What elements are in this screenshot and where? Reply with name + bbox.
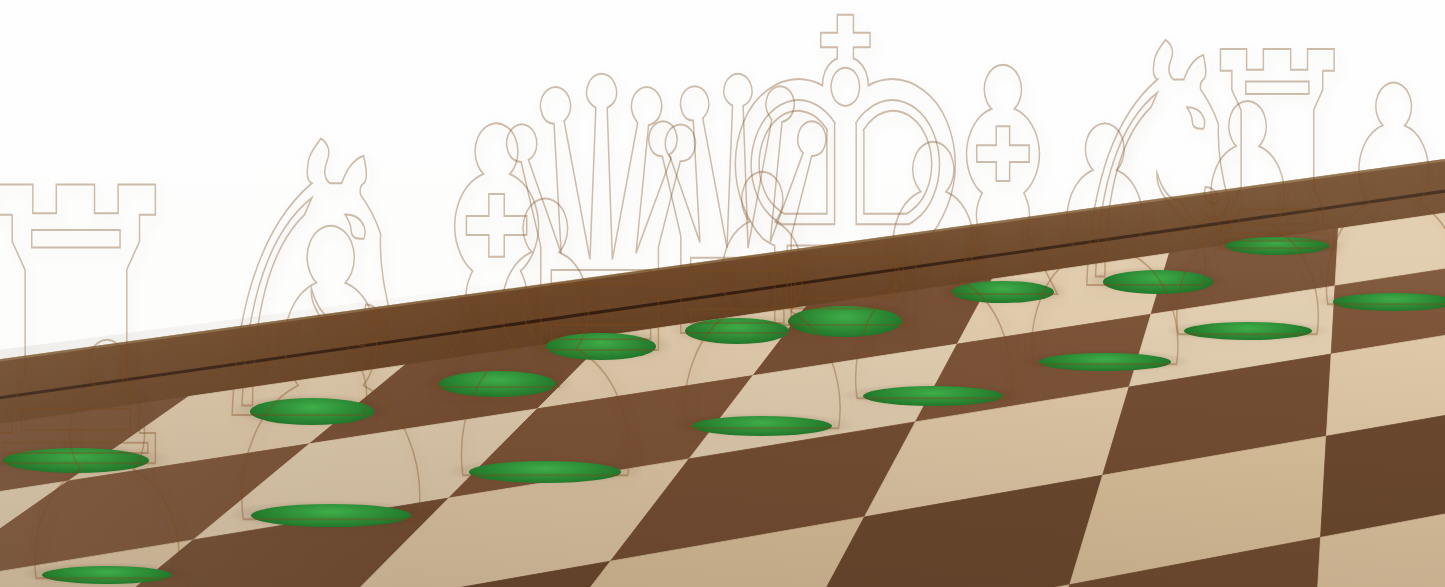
pieces-layer: ♜♟♞♟♝♟♛♛♟♚♟♝♟♞♟♜♟	[0, 0, 1445, 587]
pawn-glyph: ♟	[0, 302, 228, 587]
piece-pawn-a[interactable]: ♟	[0, 302, 270, 587]
chess-set-photo: ♜♟♞♟♝♟♛♛♟♚♟♝♟♞♟♜♟	[0, 0, 1445, 587]
